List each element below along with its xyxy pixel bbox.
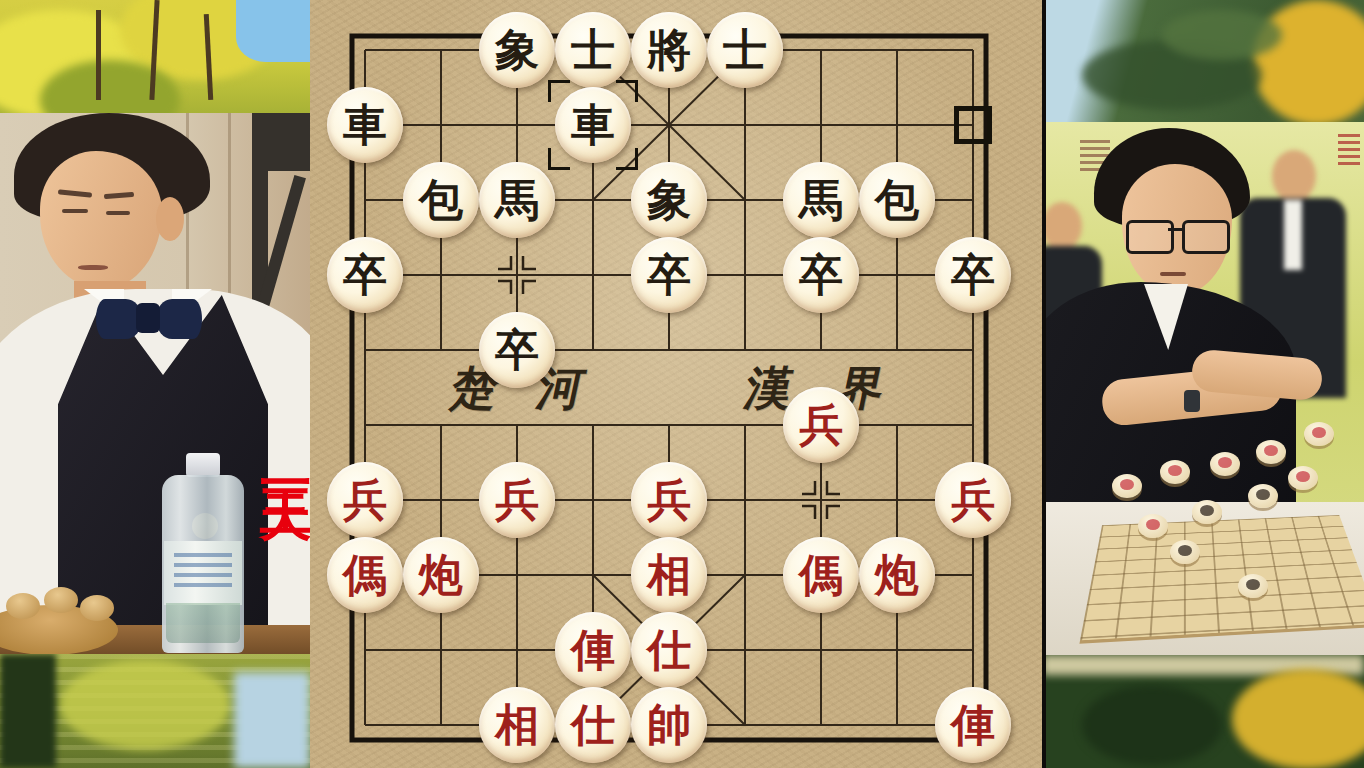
- photo-piece: [1112, 474, 1142, 498]
- piece-red-相[interactable]: 相: [479, 687, 555, 763]
- photo-piece: [1288, 466, 1318, 490]
- glasses-bridge: [1168, 228, 1182, 231]
- wooden-piece: [6, 593, 40, 619]
- piece-red-相[interactable]: 相: [631, 537, 707, 613]
- left-player-ear: [156, 197, 184, 241]
- bow-tie-knot: [136, 303, 160, 333]
- photo-piece: [1256, 440, 1286, 464]
- marker-corner: [616, 148, 638, 170]
- left-player-panel: 王天一: [0, 0, 310, 768]
- dark-reflection: [0, 654, 56, 768]
- photo-piece: [1170, 540, 1200, 564]
- photo-piece: [1248, 484, 1278, 508]
- tree-trunk: [96, 10, 101, 100]
- piece-black-象[interactable]: 象: [479, 12, 555, 88]
- banner-figure-head: [1042, 202, 1082, 250]
- piece-black-象[interactable]: 象: [631, 162, 707, 238]
- piece-red-傌[interactable]: 傌: [327, 537, 403, 613]
- photo-piece: [1192, 500, 1222, 524]
- piece-red-炮[interactable]: 炮: [859, 537, 935, 613]
- piece-red-帥[interactable]: 帥: [631, 687, 707, 763]
- autumn-reflection: [1232, 669, 1364, 768]
- sky-reflection: [234, 672, 310, 768]
- photo-piece: [1304, 422, 1334, 446]
- right-player-panel: 郑惟桐: [1042, 0, 1364, 768]
- glasses-lens: [1182, 220, 1230, 254]
- eye: [62, 209, 88, 213]
- broadcast-frame: 王天一 楚 河 漢 界 象士將士車車包馬象馬包卒卒卒卒卒兵兵兵兵兵傌炮相傌炮俥仕…: [0, 0, 1364, 768]
- piece-red-兵[interactable]: 兵: [327, 462, 403, 538]
- piece-red-兵[interactable]: 兵: [631, 462, 707, 538]
- dark-water: [1082, 685, 1222, 765]
- sky-patch: [236, 0, 310, 62]
- mouth: [1160, 272, 1186, 276]
- panel-separator: [1042, 0, 1046, 768]
- left-player-name: 王天一: [258, 448, 310, 460]
- bottle-label-text: [174, 553, 232, 593]
- right-top-landscape: [1042, 0, 1364, 122]
- bottle-label: [164, 541, 242, 605]
- piece-red-仕[interactable]: 仕: [555, 687, 631, 763]
- marker-corner: [548, 80, 570, 102]
- wooden-piece: [80, 595, 114, 621]
- last-move-origin-marker: [954, 106, 992, 144]
- piece-red-仕[interactable]: 仕: [631, 612, 707, 688]
- photo-piece: [1238, 574, 1268, 598]
- forest-texture: [1162, 10, 1282, 60]
- wristwatch: [1184, 390, 1200, 412]
- piece-black-士[interactable]: 士: [555, 12, 631, 88]
- last-move-destination-marker: [548, 80, 638, 170]
- piece-black-馬[interactable]: 馬: [783, 162, 859, 238]
- piece-red-傌[interactable]: 傌: [783, 537, 859, 613]
- reflection-foliage: [60, 660, 230, 750]
- mouth: [78, 265, 108, 270]
- piece-red-炮[interactable]: 炮: [403, 537, 479, 613]
- piece-red-俥[interactable]: 俥: [555, 612, 631, 688]
- right-player-photo: [1042, 122, 1364, 655]
- photo-piece: [1138, 514, 1168, 538]
- piece-black-卒[interactable]: 卒: [631, 237, 707, 313]
- glasses-lens: [1126, 220, 1174, 254]
- piece-red-兵[interactable]: 兵: [479, 462, 555, 538]
- banner-figure-head: [1272, 150, 1316, 202]
- piece-black-馬[interactable]: 馬: [479, 162, 555, 238]
- piece-red-俥[interactable]: 俥: [935, 687, 1011, 763]
- water-bottle: [162, 453, 244, 653]
- bottle-water: [166, 603, 240, 643]
- left-bottom-landscape: [0, 654, 310, 768]
- piece-black-將[interactable]: 將: [631, 12, 707, 88]
- marker-corner: [548, 148, 570, 170]
- left-player-photo: [0, 113, 310, 654]
- piece-black-包[interactable]: 包: [403, 162, 479, 238]
- glasses: [1126, 220, 1230, 250]
- camera-body: [262, 113, 310, 171]
- marker-corner: [616, 80, 638, 102]
- piece-black-士[interactable]: 士: [707, 12, 783, 88]
- banner-figure-shirt: [1284, 200, 1302, 270]
- xiangqi-board: 楚 河 漢 界 象士將士車車包馬象馬包卒卒卒卒卒兵兵兵兵兵傌炮相傌炮俥仕相仕帥俥: [310, 0, 1042, 768]
- bow-tie-wing: [156, 299, 202, 339]
- piece-red-兵[interactable]: 兵: [935, 462, 1011, 538]
- wooden-piece: [44, 587, 78, 613]
- bottle-cap: [186, 453, 220, 477]
- eye: [106, 211, 130, 215]
- piece-black-卒[interactable]: 卒: [327, 237, 403, 313]
- piece-black-卒[interactable]: 卒: [479, 312, 555, 388]
- photo-piece: [1210, 452, 1240, 476]
- left-top-landscape: [0, 0, 310, 113]
- autumn-tree: [1252, 0, 1364, 122]
- piece-black-車[interactable]: 車: [327, 87, 403, 163]
- piece-black-卒[interactable]: 卒: [935, 237, 1011, 313]
- photo-xiangqi-board: [1080, 515, 1364, 640]
- piece-black-卒[interactable]: 卒: [783, 237, 859, 313]
- piece-red-兵[interactable]: 兵: [783, 387, 859, 463]
- photo-piece: [1160, 460, 1190, 484]
- right-bottom-landscape: [1042, 655, 1364, 768]
- piece-black-包[interactable]: 包: [859, 162, 935, 238]
